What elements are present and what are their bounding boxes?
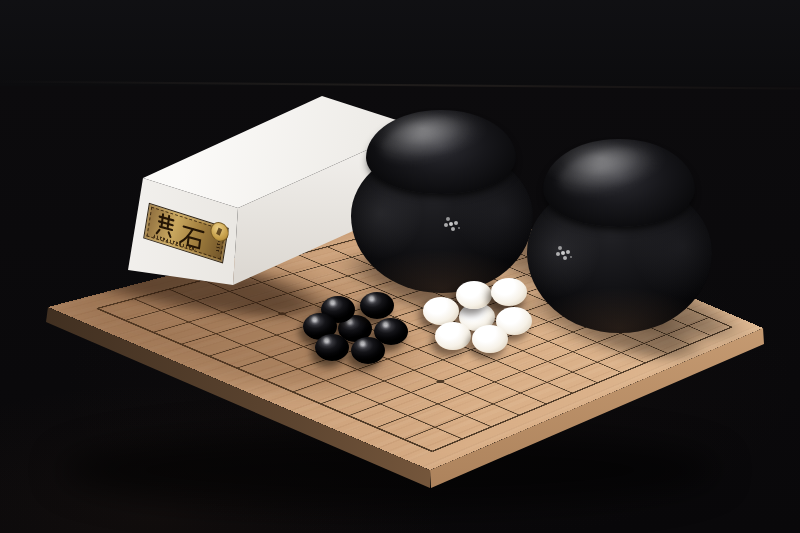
white-stone (423, 297, 459, 325)
white-stone (491, 278, 527, 306)
black-stone (360, 292, 394, 319)
white-stone (435, 322, 471, 350)
black-stone (351, 337, 385, 364)
go-set-photo: 碁石 (0, 0, 800, 533)
black-stone (315, 334, 349, 361)
loose-stones-layer (0, 0, 800, 533)
white-stone (472, 325, 508, 353)
white-stone (456, 281, 492, 309)
